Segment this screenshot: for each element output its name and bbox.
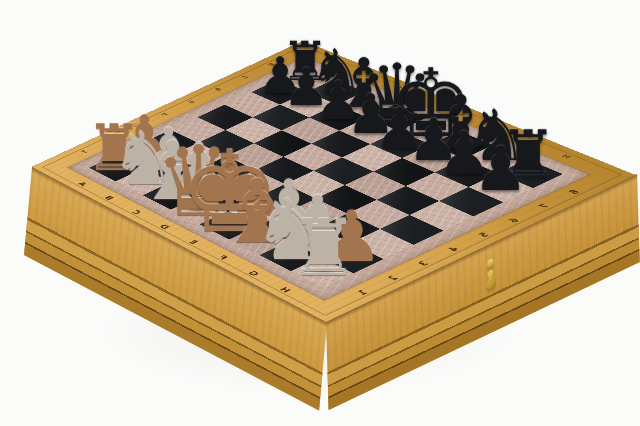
piece-white-rook: ♜ — [289, 210, 359, 288]
piece-black-pawn: ♟ — [473, 138, 528, 200]
pieces-layer: ♜♞♝♛♚♝♞♜♟♟♟♟♟♟♟♟♟♟♟♟♟♟♟♟♜♞♝♛♚♝♞♜ — [0, 0, 640, 426]
chess-set-photo: AABBCCDDEEFFGGHH1122334455667788 ♜♞♝♛♚♝♞… — [0, 0, 640, 426]
